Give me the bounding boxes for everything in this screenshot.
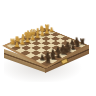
chess-set-photo: ♜♞♝♛♚♝♞♜♟♟♟♟♟♟♟♟♟♟♟♟♟♟♟♟♜♞♝♛♚♝♞♜ bbox=[0, 0, 96, 96]
white-pawn-glyph: ♟ bbox=[10, 41, 24, 48]
black-rook-glyph: ♜ bbox=[40, 55, 56, 63]
